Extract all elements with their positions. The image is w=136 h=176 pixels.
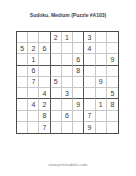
given-digit: 9 (76, 101, 80, 108)
page-title: Sudoku, Medium (Puzzle #A103) (0, 12, 136, 18)
cell-r7c1 (17, 99, 28, 110)
given-digit: 8 (110, 101, 114, 108)
given-digit: 4 (31, 101, 35, 108)
footer-url: www.printsudoku.com (0, 162, 136, 167)
cell-r8c3: 8 (39, 111, 50, 122)
cell-r7c3: 2 (39, 99, 50, 110)
cell-r7c6: 9 (73, 99, 84, 110)
cell-r6c1 (17, 88, 28, 99)
given-digit: 5 (54, 78, 58, 85)
cell-r6c2 (28, 88, 39, 99)
cell-r3c5 (62, 54, 73, 65)
given-digit: 8 (43, 112, 47, 119)
given-digit: 5 (20, 45, 24, 52)
given-digit: 2 (43, 101, 47, 108)
cell-r8c9 (107, 111, 118, 122)
given-digit: 7 (31, 78, 35, 85)
cell-r1c4: 2 (51, 32, 62, 43)
given-digit: 4 (87, 45, 91, 52)
given-digit: 9 (87, 124, 91, 131)
cell-r4c4 (51, 66, 62, 77)
cell-r5c2: 7 (28, 77, 39, 88)
cell-r9c4 (51, 122, 62, 133)
cell-r8c6 (73, 111, 84, 122)
cell-r8c1 (17, 111, 28, 122)
cell-r2c4 (51, 43, 62, 54)
cell-r3c9: 9 (107, 54, 118, 65)
cell-r2c5 (62, 43, 73, 54)
given-digit: 8 (76, 67, 80, 74)
given-digit: 6 (31, 67, 35, 74)
cell-r7c7 (84, 99, 95, 110)
cell-r1c9 (107, 32, 118, 43)
cell-r4c2: 6 (28, 66, 39, 77)
cell-r7c9: 8 (107, 99, 118, 110)
cell-r7c4 (51, 99, 62, 110)
cell-r7c2: 4 (28, 99, 39, 110)
cell-r4c5 (62, 66, 73, 77)
cell-r5c9 (107, 77, 118, 88)
cell-r2c1: 5 (17, 43, 28, 54)
cell-r9c3: 7 (39, 122, 50, 133)
cell-r3c3 (39, 54, 50, 65)
cell-r2c2: 2 (28, 43, 39, 54)
cell-r1c7: 3 (84, 32, 95, 43)
cell-r9c5 (62, 122, 73, 133)
cell-r9c9 (107, 122, 118, 133)
cell-r9c6 (73, 122, 84, 133)
given-digit: 3 (65, 90, 69, 97)
cell-r6c7 (84, 88, 95, 99)
cell-r8c2 (28, 111, 39, 122)
cell-r3c2: 1 (28, 54, 39, 65)
cell-r2c6 (73, 43, 84, 54)
cell-r2c7: 4 (84, 43, 95, 54)
cell-r6c4 (51, 88, 62, 99)
cell-r4c8 (96, 66, 107, 77)
cell-r8c5: 6 (62, 111, 73, 122)
cell-r1c1 (17, 32, 28, 43)
given-digit: 9 (110, 56, 114, 63)
given-digit: 7 (87, 112, 91, 119)
cell-r3c8 (96, 54, 107, 65)
cell-r1c8 (96, 32, 107, 43)
given-digit: 6 (43, 45, 47, 52)
given-digit: 5 (110, 90, 114, 97)
given-digit: 3 (87, 34, 91, 41)
cell-r1c2 (28, 32, 39, 43)
cell-r2c9 (107, 43, 118, 54)
given-digit: 2 (31, 45, 35, 52)
cell-r1c5: 1 (62, 32, 73, 43)
cell-r9c2 (28, 122, 39, 133)
cell-r9c8 (96, 122, 107, 133)
cell-r9c7: 9 (84, 122, 95, 133)
given-digit: 6 (76, 56, 80, 63)
cell-r5c8: 9 (96, 77, 107, 88)
cell-r5c3 (39, 77, 50, 88)
cell-r5c1 (17, 77, 28, 88)
cell-r8c7: 7 (84, 111, 95, 122)
cell-r4c3 (39, 66, 50, 77)
cell-r5c7 (84, 77, 95, 88)
cell-r4c6: 8 (73, 66, 84, 77)
cell-r5c4: 5 (51, 77, 62, 88)
cell-r5c6 (73, 77, 84, 88)
given-digit: 1 (65, 34, 69, 41)
cell-r6c8 (96, 88, 107, 99)
cell-r2c3: 6 (39, 43, 50, 54)
cell-r7c8: 1 (96, 99, 107, 110)
cell-r5c5 (62, 77, 73, 88)
cell-r6c5: 3 (62, 88, 73, 99)
cell-r3c1 (17, 54, 28, 65)
sudoku-board: 2135264169687594354291886779 (16, 31, 119, 134)
given-digit: 1 (99, 101, 103, 108)
cell-r8c8 (96, 111, 107, 122)
cell-r6c6 (73, 88, 84, 99)
cell-r1c6 (73, 32, 84, 43)
cell-r6c9: 5 (107, 88, 118, 99)
given-digit: 7 (43, 124, 47, 131)
cell-r3c4 (51, 54, 62, 65)
given-digit: 9 (99, 78, 103, 85)
given-digit: 6 (65, 112, 69, 119)
given-digit: 2 (54, 34, 58, 41)
cell-r3c7 (84, 54, 95, 65)
cell-r4c9 (107, 66, 118, 77)
cell-r9c1 (17, 122, 28, 133)
cell-r4c7 (84, 66, 95, 77)
cell-r8c4 (51, 111, 62, 122)
cell-r1c3 (39, 32, 50, 43)
given-digit: 4 (43, 90, 47, 97)
cell-r6c3: 4 (39, 88, 50, 99)
cell-r7c5 (62, 99, 73, 110)
cell-r2c8 (96, 43, 107, 54)
given-digit: 1 (31, 56, 35, 63)
sudoku-page: Sudoku, Medium (Puzzle #A103) 2135264169… (0, 0, 136, 176)
cell-r4c1 (17, 66, 28, 77)
cell-r3c6: 6 (73, 54, 84, 65)
